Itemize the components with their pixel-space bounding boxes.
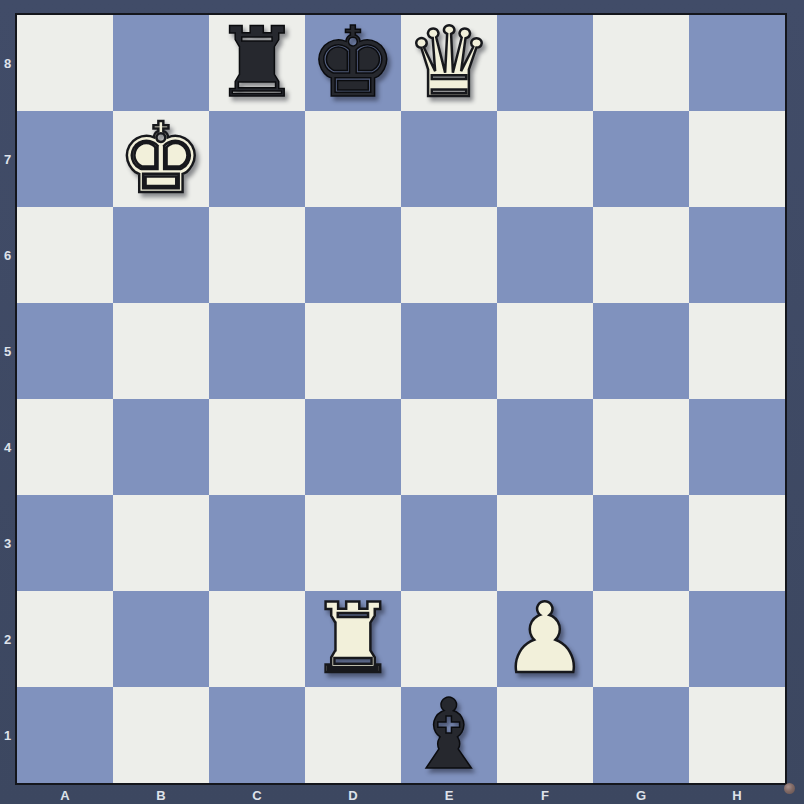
square-a6[interactable]: [17, 207, 113, 303]
square-d3[interactable]: [305, 495, 401, 591]
square-b2[interactable]: [113, 591, 209, 687]
square-b5[interactable]: [113, 303, 209, 399]
square-d5[interactable]: [305, 303, 401, 399]
square-c3[interactable]: [209, 495, 305, 591]
black-rook-c8[interactable]: ♜: [209, 15, 305, 111]
square-e2[interactable]: [401, 591, 497, 687]
square-b7[interactable]: ♚: [113, 111, 209, 207]
square-f4[interactable]: [497, 399, 593, 495]
logo-dot-icon: [784, 783, 795, 794]
square-f5[interactable]: [497, 303, 593, 399]
square-e8[interactable]: ♛: [401, 15, 497, 111]
square-a2[interactable]: [17, 591, 113, 687]
rank-label-1: 1: [0, 687, 15, 783]
white-queen-e8[interactable]: ♛: [401, 15, 497, 111]
square-d4[interactable]: [305, 399, 401, 495]
square-f6[interactable]: [497, 207, 593, 303]
file-label-a: A: [17, 786, 113, 804]
black-king-d8[interactable]: ♚: [305, 15, 401, 111]
square-h1[interactable]: [689, 687, 785, 783]
file-label-d: D: [305, 786, 401, 804]
rank-label-3: 3: [0, 495, 15, 591]
square-g7[interactable]: [593, 111, 689, 207]
rank-labels: 87654321: [0, 15, 15, 783]
square-a5[interactable]: [17, 303, 113, 399]
square-e1[interactable]: ♝: [401, 687, 497, 783]
square-a4[interactable]: [17, 399, 113, 495]
square-a3[interactable]: [17, 495, 113, 591]
square-h8[interactable]: [689, 15, 785, 111]
chess-board: ♜♚♛♚♜♟♝: [15, 13, 787, 785]
square-h3[interactable]: [689, 495, 785, 591]
square-e5[interactable]: [401, 303, 497, 399]
rank-label-6: 6: [0, 207, 15, 303]
rank-label-8: 8: [0, 15, 15, 111]
file-label-f: F: [497, 786, 593, 804]
square-e4[interactable]: [401, 399, 497, 495]
square-a7[interactable]: [17, 111, 113, 207]
rank-label-7: 7: [0, 111, 15, 207]
rank-label-2: 2: [0, 591, 15, 687]
square-b3[interactable]: [113, 495, 209, 591]
square-e3[interactable]: [401, 495, 497, 591]
square-b4[interactable]: [113, 399, 209, 495]
square-d6[interactable]: [305, 207, 401, 303]
square-c1[interactable]: [209, 687, 305, 783]
square-h4[interactable]: [689, 399, 785, 495]
square-g6[interactable]: [593, 207, 689, 303]
square-d1[interactable]: [305, 687, 401, 783]
square-h2[interactable]: [689, 591, 785, 687]
square-h7[interactable]: [689, 111, 785, 207]
square-e7[interactable]: [401, 111, 497, 207]
square-f8[interactable]: [497, 15, 593, 111]
white-rook-d2[interactable]: ♜: [305, 591, 401, 687]
square-g1[interactable]: [593, 687, 689, 783]
square-e6[interactable]: [401, 207, 497, 303]
square-h6[interactable]: [689, 207, 785, 303]
square-b8[interactable]: [113, 15, 209, 111]
file-label-c: C: [209, 786, 305, 804]
file-label-e: E: [401, 786, 497, 804]
white-pawn-f2[interactable]: ♟: [497, 591, 593, 687]
square-c4[interactable]: [209, 399, 305, 495]
square-f1[interactable]: [497, 687, 593, 783]
square-d8[interactable]: ♚: [305, 15, 401, 111]
rank-label-5: 5: [0, 303, 15, 399]
square-c6[interactable]: [209, 207, 305, 303]
chess-board-frame: 87654321 ♜♚♛♚♜♟♝ ABCDEFGH: [0, 0, 804, 804]
square-f2[interactable]: ♟: [497, 591, 593, 687]
file-label-h: H: [689, 786, 785, 804]
square-a1[interactable]: [17, 687, 113, 783]
square-g2[interactable]: [593, 591, 689, 687]
file-labels: ABCDEFGH: [17, 786, 785, 804]
square-f7[interactable]: [497, 111, 593, 207]
square-g3[interactable]: [593, 495, 689, 591]
file-label-g: G: [593, 786, 689, 804]
square-c7[interactable]: [209, 111, 305, 207]
square-c5[interactable]: [209, 303, 305, 399]
square-g8[interactable]: [593, 15, 689, 111]
square-g5[interactable]: [593, 303, 689, 399]
square-c2[interactable]: [209, 591, 305, 687]
square-g4[interactable]: [593, 399, 689, 495]
white-king-b7[interactable]: ♚: [113, 111, 209, 207]
file-label-b: B: [113, 786, 209, 804]
rank-label-4: 4: [0, 399, 15, 495]
black-bishop-e1[interactable]: ♝: [401, 687, 497, 783]
square-f3[interactable]: [497, 495, 593, 591]
square-c8[interactable]: ♜: [209, 15, 305, 111]
square-h5[interactable]: [689, 303, 785, 399]
square-a8[interactable]: [17, 15, 113, 111]
square-d7[interactable]: [305, 111, 401, 207]
square-d2[interactable]: ♜: [305, 591, 401, 687]
square-b6[interactable]: [113, 207, 209, 303]
square-b1[interactable]: [113, 687, 209, 783]
